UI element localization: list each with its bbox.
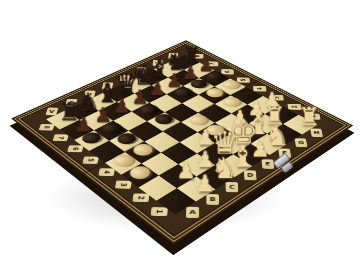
rank-label: 7 bbox=[52, 135, 68, 142]
rank-label: 8 bbox=[191, 54, 203, 59]
file-label-cell: D bbox=[234, 166, 265, 186]
rank-label: 2 bbox=[287, 104, 302, 110]
file-label: A bbox=[185, 207, 198, 219]
rank-label: 6 bbox=[67, 145, 84, 152]
file-label: G bbox=[294, 139, 307, 148]
file-label: E bbox=[261, 159, 274, 169]
file-label: D bbox=[244, 171, 257, 181]
file-label: C bbox=[225, 182, 238, 193]
rank-label: 7 bbox=[206, 61, 218, 66]
file-label: H bbox=[310, 129, 323, 138]
rank-label: 2 bbox=[132, 194, 149, 203]
file-label: B bbox=[206, 194, 219, 205]
rank-label: 3 bbox=[270, 95, 284, 101]
file-label: A bbox=[45, 108, 58, 116]
rank-label: 4 bbox=[253, 86, 267, 92]
rank-label: 1 bbox=[150, 207, 167, 216]
checker-light bbox=[202, 123, 228, 138]
rank-label: 1 bbox=[305, 113, 320, 119]
file-label: C bbox=[83, 90, 95, 97]
rank-label: 8 bbox=[38, 124, 54, 131]
product-photo-scene: ABCDEFGH8♜♞♝♛♚♝♞♜87♟♟♟♟♟♟♟♟76655443♟♟♟♟3… bbox=[0, 0, 360, 270]
checker-light bbox=[126, 164, 154, 182]
rank-label: 3 bbox=[114, 181, 131, 189]
rank-label: 4 bbox=[98, 168, 115, 176]
rank-label: 5 bbox=[82, 157, 99, 165]
